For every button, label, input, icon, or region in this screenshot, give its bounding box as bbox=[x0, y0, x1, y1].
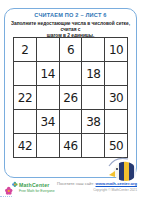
instructions-line-1: Заполните недостающие числа в числовой с… bbox=[10, 21, 131, 33]
grid-cell-number: 50 bbox=[105, 134, 127, 157]
fish-snout bbox=[109, 171, 115, 177]
mathcenter-flower-logo-icon bbox=[5, 180, 18, 196]
tropical-fish-illustration bbox=[107, 156, 139, 184]
grid-cell-empty[interactable] bbox=[37, 134, 59, 157]
grid-cell-empty[interactable] bbox=[105, 62, 127, 85]
footer-copyright: Copyright © MathCenter 2021 bbox=[93, 188, 137, 192]
grid-cell-empty[interactable] bbox=[105, 110, 127, 133]
visit-label: Посетите наш сайт: bbox=[57, 181, 94, 186]
grid-cell-number: 34 bbox=[37, 110, 59, 133]
grid-cell-empty[interactable] bbox=[82, 134, 104, 157]
grid-cell-empty[interactable] bbox=[37, 38, 59, 61]
fish-eye bbox=[116, 168, 118, 170]
footer-visit-line: Посетите наш сайт: www.math-center.org bbox=[57, 181, 137, 186]
bottom-left-dotted-decoration bbox=[0, 196, 12, 197]
grid-cell-empty[interactable] bbox=[14, 110, 36, 133]
grid-cell-number: 38 bbox=[82, 110, 104, 133]
grid-cell-empty[interactable] bbox=[14, 62, 36, 85]
grid-cell-empty[interactable] bbox=[60, 62, 82, 85]
website-link[interactable]: www.math-center.org bbox=[96, 181, 137, 186]
mathcenter-brand-text: MathCenter bbox=[19, 182, 50, 188]
grid-cell-number: 18 bbox=[82, 62, 104, 85]
grid-cell-number: 46 bbox=[60, 134, 82, 157]
grid-cell-number: 6 bbox=[60, 38, 82, 61]
number-grid: 261014182226303438424650 bbox=[13, 37, 128, 158]
pink-flower bbox=[5, 187, 12, 195]
grid-cell-number: 2 bbox=[14, 38, 36, 61]
grid-cell-number: 30 bbox=[105, 86, 127, 109]
grid-cell-empty[interactable] bbox=[37, 86, 59, 109]
grid-cell-empty[interactable] bbox=[82, 86, 104, 109]
grid-cell-empty[interactable] bbox=[82, 38, 104, 61]
worksheet-page: СЧИТАЕМ ПО 2 – ЛИСТ 6 Заполните недостаю… bbox=[0, 0, 141, 200]
grid-cell-number: 26 bbox=[60, 86, 82, 109]
teal-flower bbox=[12, 182, 17, 187]
grid-cell-number: 10 bbox=[105, 38, 127, 61]
grid-cell-empty[interactable] bbox=[60, 110, 82, 133]
worksheet-title: СЧИТАЕМ ПО 2 – ЛИСТ 6 bbox=[0, 12, 141, 18]
grid-cell-number: 14 bbox=[37, 62, 59, 85]
grid-cell-number: 22 bbox=[14, 86, 36, 109]
grid-cell-number: 42 bbox=[14, 134, 36, 157]
mathcenter-tagline: Free Math for Everyone bbox=[19, 189, 55, 193]
